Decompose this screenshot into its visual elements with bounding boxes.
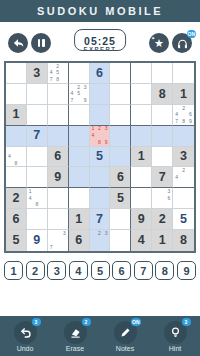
user-digit: 6 (96, 67, 103, 80)
sudoku-board: 3245786234579811246789712348948651396724… (4, 61, 196, 253)
cell-r7c3[interactable] (48, 188, 69, 209)
cell-r4c5[interactable]: 123489 (90, 126, 111, 147)
eraser-icon: 2 (64, 321, 87, 344)
given-digit: 9 (54, 171, 61, 184)
cell-r2c8[interactable]: 8 (152, 84, 173, 105)
pencil-notes: 24 (173, 167, 194, 187)
user-digit: 9 (33, 234, 40, 247)
cell-r2c9[interactable]: 1 (173, 84, 194, 105)
cell-r9c8[interactable]: 1 (152, 230, 173, 251)
cell-r3c7[interactable] (131, 105, 152, 126)
numpad-button-4[interactable]: 4 (69, 261, 88, 280)
hint-button[interactable]: 3Hint (155, 321, 195, 352)
erase-label: Erase (66, 345, 84, 352)
app-title: SUDOKU MOBILE (37, 5, 163, 17)
cell-r1c7[interactable] (131, 63, 152, 84)
app-header: SUDOKU MOBILE (0, 0, 200, 22)
given-digit: 7 (159, 171, 166, 184)
cell-r4c2[interactable]: 7 (27, 126, 48, 147)
cell-r2c1[interactable] (6, 84, 27, 105)
given-digit: 6 (12, 213, 19, 226)
cell-r7c6[interactable]: 5 (110, 188, 131, 209)
cell-r6c5[interactable] (90, 167, 111, 188)
cell-r8c2[interactable] (27, 209, 48, 230)
cell-r2c5[interactable] (90, 84, 111, 105)
cell-r4c7[interactable] (131, 126, 152, 147)
notes-button[interactable]: ONNotes (105, 321, 145, 352)
cell-r7c8[interactable]: 36 (152, 188, 173, 209)
cell-r8c7[interactable]: 9 (131, 209, 152, 230)
given-digit: 9 (138, 213, 145, 226)
cell-r6c8[interactable]: 7 (152, 167, 173, 188)
cell-r7c9[interactable] (173, 188, 194, 209)
numpad-button-8[interactable]: 8 (155, 261, 174, 280)
cell-r5c3[interactable]: 6 (48, 147, 69, 168)
cell-r4c3[interactable] (48, 126, 69, 147)
user-digit: 5 (96, 150, 103, 163)
hint-label: Hint (169, 345, 181, 352)
cell-r6c6[interactable]: 6 (110, 167, 131, 188)
cell-r3c4[interactable] (69, 105, 90, 126)
undo-icon: 3 (14, 321, 37, 344)
cell-r7c7[interactable] (131, 188, 152, 209)
cell-r5c2[interactable] (27, 147, 48, 168)
pencil-notes: 37 (48, 230, 68, 251)
cell-r9c6[interactable] (110, 230, 131, 251)
cell-r6c2[interactable] (27, 167, 48, 188)
given-digit: 6 (54, 150, 61, 163)
cell-r9c1[interactable]: 5 (6, 230, 27, 251)
cell-r1c8[interactable] (152, 63, 173, 84)
cell-r8c5[interactable]: 7 (90, 209, 111, 230)
cell-r3c2[interactable] (27, 105, 48, 126)
numpad-button-3[interactable]: 3 (47, 261, 66, 280)
pencil-notes: 24578 (48, 63, 68, 83)
cell-r8c8[interactable]: 2 (152, 209, 173, 230)
cell-r8c1[interactable]: 6 (6, 209, 27, 230)
given-digit: 1 (180, 88, 187, 101)
cell-r2c6[interactable] (110, 84, 131, 105)
pencil-notes: 48 (6, 147, 26, 167)
undo-button[interactable]: 3Undo (5, 321, 45, 352)
cell-r5c9[interactable]: 3 (173, 147, 194, 168)
cell-r6c9[interactable]: 24 (173, 167, 194, 188)
numpad-button-9[interactable]: 9 (177, 261, 196, 280)
given-digit: 1 (75, 213, 82, 226)
cell-r8c4[interactable]: 1 (69, 209, 90, 230)
cell-r4c4[interactable] (69, 126, 90, 147)
given-digit: 6 (75, 234, 82, 247)
given-digit: 4 (138, 234, 145, 247)
cell-r3c3[interactable] (48, 105, 69, 126)
cell-r1c1[interactable] (6, 63, 27, 84)
bottom-toolbar: 3Undo2EraseONNotes3Hint (0, 316, 200, 356)
cell-r8c6[interactable] (110, 209, 131, 230)
numpad-button-1[interactable]: 1 (4, 261, 23, 280)
pencil-notes: 36 (152, 188, 172, 208)
given-digit: 5 (12, 234, 19, 247)
given-digit: 5 (117, 192, 124, 205)
given-digit: 8 (180, 234, 187, 247)
erase-button[interactable]: 2Erase (55, 321, 95, 352)
given-digit: 3 (33, 67, 40, 80)
numpad-button-6[interactable]: 6 (112, 261, 131, 280)
cell-r5c6[interactable] (110, 147, 131, 168)
cell-r9c5[interactable]: 23 (90, 230, 111, 251)
pencil-notes: 246789 (173, 105, 194, 125)
given-digit: 1 (138, 150, 145, 163)
cell-r3c6[interactable] (110, 105, 131, 126)
cell-r1c9[interactable] (173, 63, 194, 84)
cell-r1c5[interactable]: 6 (90, 63, 111, 84)
undo-badge: 3 (32, 318, 41, 326)
numpad-button-7[interactable]: 7 (134, 261, 153, 280)
bulb-icon: 3 (164, 321, 187, 344)
cell-r7c2[interactable]: 148 (27, 188, 48, 209)
erase-badge: 2 (82, 318, 91, 326)
cell-r2c4[interactable]: 234579 (69, 84, 90, 105)
number-pad: 123456789 (0, 261, 200, 280)
cell-r4c9[interactable] (173, 126, 194, 147)
stars-icon: ★✦ (154, 38, 164, 49)
cell-r6c3[interactable]: 9 (48, 167, 69, 188)
cell-r4c8[interactable] (152, 126, 173, 147)
numpad-button-2[interactable]: 2 (26, 261, 45, 280)
notes-badge: ON (131, 318, 141, 326)
pencil-notes: 234579 (69, 84, 89, 104)
difficulty-label: EXPERT (0, 46, 200, 52)
cell-r6c1[interactable] (6, 167, 27, 188)
cell-r1c4[interactable] (69, 63, 90, 84)
user-digit: 7 (33, 129, 40, 142)
cell-r2c3[interactable] (48, 84, 69, 105)
given-digit: 2 (12, 192, 19, 205)
cell-r8c9[interactable]: 5 (173, 209, 194, 230)
cell-r4c6[interactable] (110, 126, 131, 147)
cell-r9c9[interactable]: 8 (173, 230, 194, 251)
music-status-badge: ON (187, 30, 197, 38)
given-digit: 2 (159, 213, 166, 226)
cell-r7c4[interactable] (69, 188, 90, 209)
cell-r1c2[interactable]: 3 (27, 63, 48, 84)
pencil-notes: 148 (27, 188, 47, 208)
cell-r3c8[interactable] (152, 105, 173, 126)
cell-r4c1[interactable] (6, 126, 27, 147)
hint-badge: 3 (182, 318, 191, 326)
cell-r8c3[interactable] (48, 209, 69, 230)
given-digit: 1 (159, 234, 166, 247)
achievements-button[interactable]: ★✦ (149, 33, 169, 53)
cell-r9c7[interactable]: 4 (131, 230, 152, 251)
cell-r9c4[interactable]: 6 (69, 230, 90, 251)
cell-r9c3[interactable]: 37 (48, 230, 69, 251)
given-digit: 1 (12, 108, 19, 121)
cell-r3c1[interactable]: 1 (6, 105, 27, 126)
given-digit: 6 (117, 171, 124, 184)
cell-r1c6[interactable] (110, 63, 131, 84)
cell-r6c7[interactable] (131, 167, 152, 188)
pencil-notes: 123489 (90, 126, 110, 146)
given-digit: 3 (180, 150, 187, 163)
pencil-icon: ON (114, 321, 137, 344)
cell-r6c4[interactable] (69, 167, 90, 188)
cell-r2c2[interactable] (27, 84, 48, 105)
cell-r7c5[interactable] (90, 188, 111, 209)
numpad-button-5[interactable]: 5 (91, 261, 110, 280)
cell-r1c3[interactable]: 24578 (48, 63, 69, 84)
cell-r5c7[interactable]: 1 (131, 147, 152, 168)
cell-r5c5[interactable]: 5 (90, 147, 111, 168)
user-digit: 7 (96, 213, 103, 226)
undo-label: Undo (17, 345, 34, 352)
cell-r5c1[interactable]: 48 (6, 147, 27, 168)
given-digit: 8 (159, 88, 166, 101)
music-button[interactable]: ON (172, 33, 192, 53)
notes-label: Notes (116, 345, 134, 352)
cell-r5c4[interactable] (69, 147, 90, 168)
pencil-notes: 23 (90, 230, 110, 251)
cell-r7c1[interactable]: 2 (6, 188, 27, 209)
headphones-icon (176, 37, 189, 50)
cell-r3c9[interactable]: 246789 (173, 105, 194, 126)
cell-r5c8[interactable] (152, 147, 173, 168)
cell-r2c7[interactable] (131, 84, 152, 105)
cell-r9c2[interactable]: 9 (27, 230, 48, 251)
cell-r3c5[interactable] (90, 105, 111, 126)
user-digit: 5 (180, 213, 187, 226)
